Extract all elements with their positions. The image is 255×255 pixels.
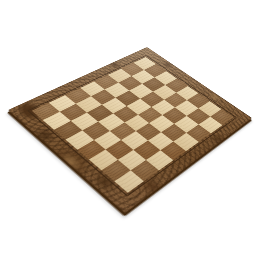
chessboard-product-photo [0,0,255,255]
board-playing-field [32,57,233,193]
chess-board [8,47,252,213]
